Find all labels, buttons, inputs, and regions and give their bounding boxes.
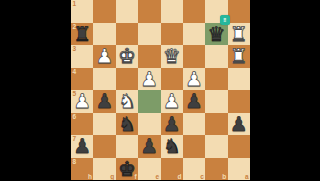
square-c6[interactable] (183, 113, 205, 136)
square-h6[interactable]: 6 (71, 113, 93, 136)
file-label-c: c (200, 173, 204, 180)
square-e2[interactable] (138, 23, 160, 46)
square-a8[interactable]: a (228, 158, 250, 181)
square-c1[interactable] (183, 0, 205, 23)
square-d5[interactable]: ♟ (161, 90, 183, 113)
square-h5[interactable]: 5♟ (71, 90, 93, 113)
rank-label-3: 3 (73, 45, 77, 53)
letterbox-left (0, 0, 71, 180)
piece-white-pawn-icon[interactable]: ♟ (96, 46, 114, 66)
square-e3[interactable] (138, 45, 160, 68)
square-a3[interactable]: ♜ (228, 45, 250, 68)
piece-black-queen-icon[interactable]: ♛ (207, 24, 225, 44)
square-f8[interactable]: f♚ (116, 158, 138, 181)
square-b2[interactable]: ♛!! (205, 23, 227, 46)
square-d4[interactable] (161, 68, 183, 91)
square-b4[interactable] (205, 68, 227, 91)
square-b5[interactable] (205, 90, 227, 113)
rank-label-8: 8 (73, 158, 77, 166)
square-d2[interactable] (161, 23, 183, 46)
square-e7[interactable]: ♟ (138, 135, 160, 158)
letterbox-right (250, 0, 320, 180)
square-f5[interactable]: ♞ (116, 90, 138, 113)
piece-white-rook-icon[interactable]: ♜ (230, 46, 248, 66)
square-g1[interactable] (93, 0, 115, 23)
square-e6[interactable] (138, 113, 160, 136)
square-c3[interactable] (183, 45, 205, 68)
rank-label-6: 6 (73, 113, 77, 121)
square-h3[interactable]: 3 (71, 45, 93, 68)
square-h1[interactable]: 1 (71, 0, 93, 23)
rank-label-4: 4 (73, 68, 77, 76)
square-d7[interactable]: ♞ (161, 135, 183, 158)
square-a6[interactable]: ♟ (228, 113, 250, 136)
square-g3[interactable]: ♟ (93, 45, 115, 68)
square-h8[interactable]: 8h (71, 158, 93, 181)
square-g5[interactable]: ♟ (93, 90, 115, 113)
square-h4[interactable]: 4 (71, 68, 93, 91)
file-label-a: a (245, 173, 249, 180)
file-label-e: e (155, 173, 159, 180)
piece-black-pawn-icon[interactable]: ♟ (140, 136, 158, 156)
piece-black-pawn-icon[interactable]: ♟ (230, 114, 248, 134)
square-h7[interactable]: 7♟ (71, 135, 93, 158)
chess-board[interactable]: 12♜♛!!♜3♟♚♛♜4♟♟5♟♟♞♟♟6♞♟♟7♟♟♞8hgf♚edcba (71, 0, 250, 180)
square-b7[interactable] (205, 135, 227, 158)
square-d6[interactable]: ♟ (161, 113, 183, 136)
piece-white-king-icon[interactable]: ♚ (118, 46, 136, 66)
piece-white-rook-icon[interactable]: ♜ (230, 24, 248, 44)
square-e5[interactable] (138, 90, 160, 113)
square-e8[interactable]: e (138, 158, 160, 181)
square-g7[interactable] (93, 135, 115, 158)
square-f1[interactable] (116, 0, 138, 23)
piece-white-pawn-icon[interactable]: ♟ (140, 69, 158, 89)
square-c7[interactable] (183, 135, 205, 158)
square-g4[interactable] (93, 68, 115, 91)
piece-white-pawn-icon[interactable]: ♟ (163, 91, 181, 111)
square-c8[interactable]: c (183, 158, 205, 181)
square-f3[interactable]: ♚ (116, 45, 138, 68)
brilliant-move-badge-icon: !! (220, 15, 230, 25)
square-a2[interactable]: ♜ (228, 23, 250, 46)
square-c2[interactable] (183, 23, 205, 46)
square-e1[interactable] (138, 0, 160, 23)
rank-label-7: 7 (73, 135, 77, 143)
square-b6[interactable] (205, 113, 227, 136)
video-frame: 12♜♛!!♜3♟♚♛♜4♟♟5♟♟♞♟♟6♞♟♟7♟♟♞8hgf♚edcba (0, 0, 320, 180)
square-a7[interactable] (228, 135, 250, 158)
square-h2[interactable]: 2♜ (71, 23, 93, 46)
file-label-d: d (177, 173, 181, 180)
piece-white-knight-icon[interactable]: ♞ (118, 91, 136, 111)
piece-black-king-icon[interactable]: ♚ (118, 159, 136, 179)
piece-black-pawn-icon[interactable]: ♟ (96, 91, 114, 111)
square-a4[interactable] (228, 68, 250, 91)
piece-black-pawn-icon[interactable]: ♟ (163, 114, 181, 134)
square-b8[interactable]: b (205, 158, 227, 181)
rank-label-2: 2 (73, 23, 77, 31)
square-c5[interactable]: ♟ (183, 90, 205, 113)
piece-black-pawn-icon[interactable]: ♟ (185, 91, 203, 111)
square-c4[interactable]: ♟ (183, 68, 205, 91)
file-label-g: g (110, 173, 114, 180)
square-f2[interactable] (116, 23, 138, 46)
square-e4[interactable]: ♟ (138, 68, 160, 91)
piece-white-pawn-icon[interactable]: ♟ (185, 69, 203, 89)
square-d8[interactable]: d (161, 158, 183, 181)
square-f4[interactable] (116, 68, 138, 91)
square-a5[interactable] (228, 90, 250, 113)
square-g6[interactable] (93, 113, 115, 136)
piece-black-knight-icon[interactable]: ♞ (118, 114, 136, 134)
square-g2[interactable] (93, 23, 115, 46)
square-b3[interactable] (205, 45, 227, 68)
square-d1[interactable] (161, 0, 183, 23)
piece-white-queen-icon[interactable]: ♛ (163, 46, 181, 66)
square-f7[interactable] (116, 135, 138, 158)
square-g8[interactable]: g (93, 158, 115, 181)
square-d3[interactable]: ♛ (161, 45, 183, 68)
file-label-f: f (134, 173, 136, 180)
rank-label-5: 5 (73, 90, 77, 98)
rank-label-1: 1 (73, 0, 77, 8)
piece-black-knight-icon[interactable]: ♞ (163, 136, 181, 156)
square-f6[interactable]: ♞ (116, 113, 138, 136)
square-a1[interactable] (228, 0, 250, 23)
file-label-b: b (222, 173, 226, 180)
file-label-h: h (88, 173, 92, 180)
